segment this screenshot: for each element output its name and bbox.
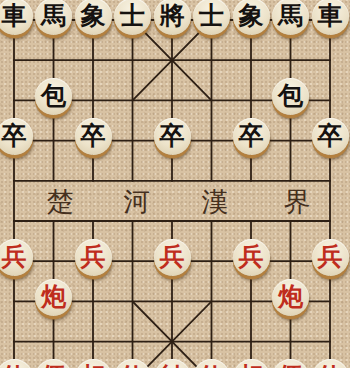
xiangqi-piece-red-f4r10[interactable]: 仕 [114,359,151,368]
xiangqi-piece-red-f3r10[interactable]: 相 [75,359,112,368]
piece-glyph: 士 [120,3,145,28]
piece-glyph: 象 [81,3,106,28]
piece-glyph: 將 [160,3,185,28]
piece-glyph: 包 [41,83,66,108]
xiangqi-piece-black-f5r1[interactable]: 將 [154,0,191,35]
piece-glyph: 士 [199,3,224,28]
piece-glyph: 兵 [81,244,106,269]
xiangqi-piece-red-f9r7[interactable]: 兵 [312,239,349,276]
piece-glyph: 卒 [239,123,264,148]
piece-glyph: 車 [2,3,27,28]
xiangqi-piece-black-f6r1[interactable]: 士 [193,0,230,35]
piece-glyph: 兵 [2,244,27,269]
piece-glyph: 兵 [318,244,343,269]
piece-glyph: 仕 [120,364,145,368]
xiangqi-piece-red-f2r8[interactable]: 炮 [35,279,72,316]
xiangqi-piece-black-f2r3[interactable]: 包 [35,78,72,115]
xiangqi-piece-red-f1r10[interactable]: 俥 [0,359,33,368]
piece-glyph: 馬 [278,3,303,28]
xiangqi-piece-black-f3r1[interactable]: 象 [75,0,112,35]
piece-glyph: 炮 [278,284,303,309]
xiangqi-piece-black-f7r1[interactable]: 象 [233,0,270,35]
xiangqi-piece-black-f8r3[interactable]: 包 [272,78,309,115]
xiangqi-piece-black-f5r4[interactable]: 卒 [154,118,191,155]
xiangqi-piece-red-f7r7[interactable]: 兵 [233,239,270,276]
piece-glyph: 相 [81,364,106,368]
xiangqi-piece-black-f8r1[interactable]: 馬 [272,0,309,35]
xiangqi-piece-red-f1r7[interactable]: 兵 [0,239,33,276]
piece-glyph: 仕 [199,364,224,368]
piece-glyph: 俥 [2,364,27,368]
xiangqi-piece-black-f3r4[interactable]: 卒 [75,118,112,155]
piece-glyph: 卒 [81,123,106,148]
piece-glyph: 俥 [318,364,343,368]
xiangqi-piece-red-f9r10[interactable]: 俥 [312,359,349,368]
xiangqi-piece-red-f2r10[interactable]: 傌 [35,359,72,368]
xiangqi-piece-black-f7r4[interactable]: 卒 [233,118,270,155]
piece-glyph: 象 [239,3,264,28]
xiangqi-piece-red-f5r10[interactable]: 帥 [154,359,191,368]
xiangqi-piece-red-f8r10[interactable]: 傌 [272,359,309,368]
xiangqi-piece-red-f6r10[interactable]: 仕 [193,359,230,368]
piece-glyph: 包 [278,83,303,108]
piece-glyph: 相 [239,364,264,368]
xiangqi-piece-black-f1r4[interactable]: 卒 [0,118,33,155]
piece-glyph: 炮 [41,284,66,309]
xiangqi-piece-black-f9r4[interactable]: 卒 [312,118,349,155]
piece-grid: 車馬象士將士象馬車包包卒卒卒卒卒兵兵兵兵兵炮炮俥傌相仕帥仕相傌俥 [0,0,350,368]
xiangqi-piece-black-f4r1[interactable]: 士 [114,0,151,35]
xiangqi-piece-red-f8r8[interactable]: 炮 [272,279,309,316]
piece-glyph: 卒 [2,123,27,148]
xiangqi-piece-red-f5r7[interactable]: 兵 [154,239,191,276]
piece-glyph: 卒 [160,123,185,148]
xiangqi-board: 楚 河 漢 界 車馬象士將士象馬車包包卒卒卒卒卒兵兵兵兵兵炮炮俥傌相仕帥仕相傌俥 [0,0,350,368]
piece-glyph: 車 [318,3,343,28]
piece-glyph: 卒 [318,123,343,148]
xiangqi-piece-red-f7r10[interactable]: 相 [233,359,270,368]
piece-glyph: 兵 [239,244,264,269]
piece-glyph: 傌 [278,364,303,368]
xiangqi-piece-black-f1r1[interactable]: 車 [0,0,33,35]
piece-glyph: 兵 [160,244,185,269]
piece-glyph: 傌 [41,364,66,368]
xiangqi-piece-red-f3r7[interactable]: 兵 [75,239,112,276]
xiangqi-piece-black-f9r1[interactable]: 車 [312,0,349,35]
piece-glyph: 馬 [41,3,66,28]
xiangqi-piece-black-f2r1[interactable]: 馬 [35,0,72,35]
piece-glyph: 帥 [160,364,185,368]
